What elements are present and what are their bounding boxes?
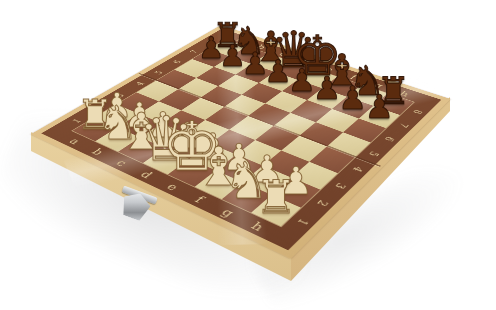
wooden-chess-set-photo: aa11bb22cc33dd44ee55ff66gg77hh88 ♜♞♝♛♚♝♞… bbox=[0, 0, 496, 310]
